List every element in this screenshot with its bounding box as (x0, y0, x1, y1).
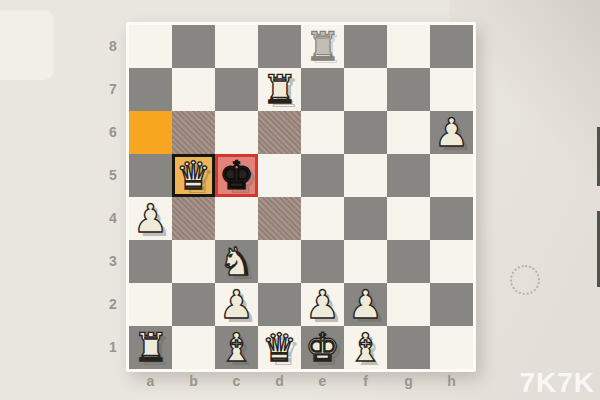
square-e8[interactable]: ♜ (301, 25, 344, 68)
square-a8[interactable] (129, 25, 172, 68)
white-pawn[interactable]: ♟ (430, 111, 473, 154)
square-h6[interactable]: ♟ (430, 111, 473, 154)
square-b6[interactable] (172, 111, 215, 154)
white-pawn[interactable]: ♟ (301, 283, 344, 326)
file-label-g: g (387, 369, 430, 393)
square-c2[interactable]: ♟ (215, 283, 258, 326)
square-e3[interactable] (301, 240, 344, 283)
square-g5[interactable] (387, 154, 430, 197)
square-d7[interactable]: ♜ (258, 68, 301, 111)
white-rook[interactable]: ♜ (258, 68, 301, 111)
ghost-rook[interactable]: ♜ (301, 25, 344, 68)
square-f8[interactable] (344, 25, 387, 68)
square-a7[interactable] (129, 68, 172, 111)
file-labels: abcdefgh (129, 369, 473, 393)
square-a6[interactable] (129, 111, 172, 154)
rank-label-2: 2 (102, 283, 124, 326)
square-h2[interactable] (430, 283, 473, 326)
square-f1[interactable]: ♝ (344, 326, 387, 369)
white-bishop[interactable]: ♝ (215, 326, 258, 369)
file-label-b: b (172, 369, 215, 393)
square-a2[interactable] (129, 283, 172, 326)
rank-label-6: 6 (102, 111, 124, 154)
white-king[interactable]: ♚ (301, 326, 344, 369)
square-h8[interactable] (430, 25, 473, 68)
white-rook[interactable]: ♜ (129, 326, 172, 369)
file-label-e: e (301, 369, 344, 393)
file-label-d: d (258, 369, 301, 393)
square-a4[interactable]: ♟ (129, 197, 172, 240)
square-c3[interactable]: ♞ (215, 240, 258, 283)
rank-label-4: 4 (102, 197, 124, 240)
square-f4[interactable] (344, 197, 387, 240)
square-f3[interactable] (344, 240, 387, 283)
square-e6[interactable] (301, 111, 344, 154)
square-b5[interactable]: ♛ (172, 154, 215, 197)
square-b4[interactable] (172, 197, 215, 240)
file-label-h: h (430, 369, 473, 393)
square-h7[interactable] (430, 68, 473, 111)
square-c7[interactable] (215, 68, 258, 111)
square-c8[interactable] (215, 25, 258, 68)
white-queen[interactable]: ♛ (258, 326, 301, 369)
file-label-f: f (344, 369, 387, 393)
square-f2[interactable]: ♟ (344, 283, 387, 326)
square-d3[interactable] (258, 240, 301, 283)
square-d1[interactable]: ♛ (258, 326, 301, 369)
black-king[interactable]: ♚ (215, 154, 258, 197)
white-pawn[interactable]: ♟ (215, 283, 258, 326)
square-g4[interactable] (387, 197, 430, 240)
square-g1[interactable] (387, 326, 430, 369)
square-e2[interactable]: ♟ (301, 283, 344, 326)
square-e1[interactable]: ♚ (301, 326, 344, 369)
rank-label-1: 1 (102, 326, 124, 369)
watermark-7k7k: 7K7K (519, 367, 595, 399)
white-bishop[interactable]: ♝ (344, 326, 387, 369)
square-b7[interactable] (172, 68, 215, 111)
white-pawn[interactable]: ♟ (344, 283, 387, 326)
square-b3[interactable] (172, 240, 215, 283)
square-g8[interactable] (387, 25, 430, 68)
rank-label-7: 7 (102, 68, 124, 111)
square-f7[interactable] (344, 68, 387, 111)
square-e7[interactable] (301, 68, 344, 111)
square-d5[interactable] (258, 154, 301, 197)
square-b1[interactable] (172, 326, 215, 369)
square-g3[interactable] (387, 240, 430, 283)
white-queen[interactable]: ♛ (172, 154, 215, 197)
square-g6[interactable] (387, 111, 430, 154)
rank-label-5: 5 (102, 154, 124, 197)
square-b8[interactable] (172, 25, 215, 68)
square-f6[interactable] (344, 111, 387, 154)
rank-labels: 87654321 (102, 25, 124, 369)
square-g7[interactable] (387, 68, 430, 111)
square-a5[interactable] (129, 154, 172, 197)
square-b2[interactable] (172, 283, 215, 326)
square-d6[interactable] (258, 111, 301, 154)
white-pawn[interactable]: ♟ (129, 197, 172, 240)
file-label-a: a (129, 369, 172, 393)
square-d8[interactable] (258, 25, 301, 68)
square-h4[interactable] (430, 197, 473, 240)
square-a3[interactable] (129, 240, 172, 283)
board-frame: ♜♜♟♛♚♟♞♟♟♟♜♝♛♚♝ (126, 22, 476, 372)
square-a1[interactable]: ♜ (129, 326, 172, 369)
square-h5[interactable] (430, 154, 473, 197)
file-label-c: c (215, 369, 258, 393)
rank-label-8: 8 (102, 25, 124, 68)
square-h1[interactable] (430, 326, 473, 369)
square-g2[interactable] (387, 283, 430, 326)
square-f5[interactable] (344, 154, 387, 197)
square-c1[interactable]: ♝ (215, 326, 258, 369)
square-d2[interactable] (258, 283, 301, 326)
sparkle-decoration (510, 265, 540, 295)
square-c4[interactable] (215, 197, 258, 240)
corner-panel (0, 10, 54, 80)
game-screen: 87654321 ♜♜♟♛♚♟♞♟♟♟♜♝♛♚♝ abcdefgh 7K7K (0, 0, 600, 400)
square-c5[interactable]: ♚ (215, 154, 258, 197)
square-e5[interactable] (301, 154, 344, 197)
chess-board: ♜♜♟♛♚♟♞♟♟♟♜♝♛♚♝ (129, 25, 473, 369)
square-d4[interactable] (258, 197, 301, 240)
square-e4[interactable] (301, 197, 344, 240)
square-h3[interactable] (430, 240, 473, 283)
white-knight[interactable]: ♞ (215, 240, 258, 283)
rank-label-3: 3 (102, 240, 124, 283)
square-c6[interactable] (215, 111, 258, 154)
